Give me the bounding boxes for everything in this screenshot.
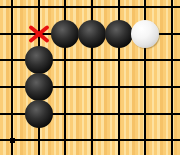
grid-line-vertical [11, 0, 13, 155]
black-stone[interactable] [25, 73, 53, 101]
black-stone[interactable] [78, 20, 106, 48]
grid-line-vertical [171, 0, 173, 155]
black-stone[interactable] [25, 100, 53, 128]
white-stone[interactable] [131, 20, 159, 48]
black-stone[interactable] [51, 20, 79, 48]
go-diagram [0, 0, 180, 155]
star-point [10, 138, 15, 143]
black-stone[interactable] [105, 20, 133, 48]
grid-line-horizontal [0, 139, 180, 141]
go-board[interactable] [0, 0, 180, 155]
x-mark[interactable] [28, 25, 50, 43]
black-stone[interactable] [25, 46, 53, 74]
grid-line-horizontal [0, 6, 180, 8]
